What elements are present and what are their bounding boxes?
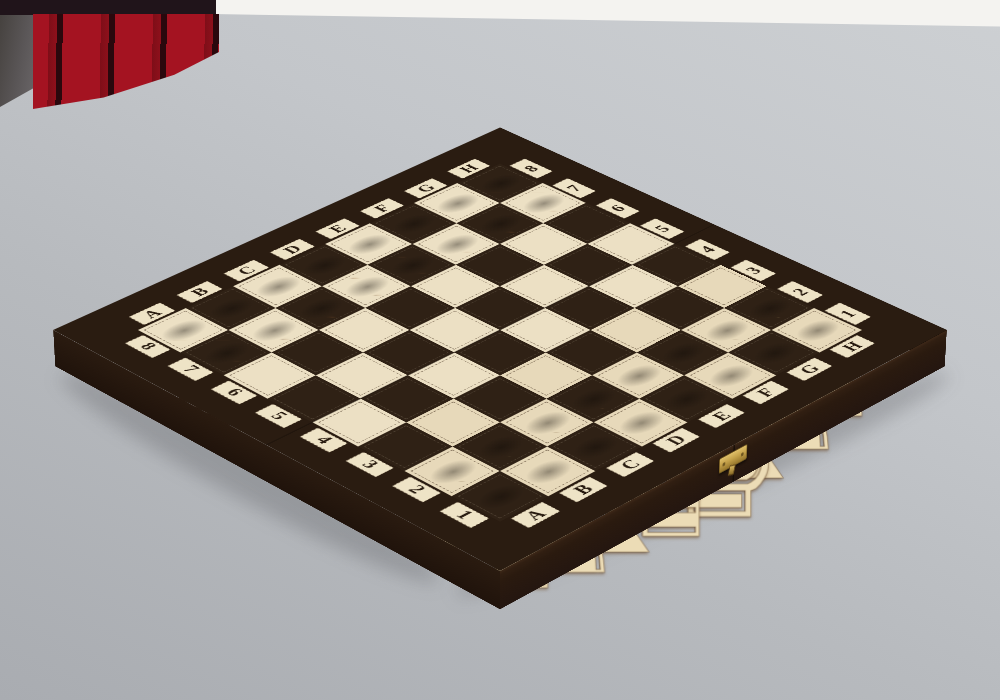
latch-screw — [741, 452, 744, 457]
square-d4[interactable] — [454, 330, 545, 375]
rank-label-right-3: 3 — [730, 260, 776, 282]
rank-label-right-1: 1 — [824, 302, 871, 325]
shadowed-wall-band — [0, 15, 36, 107]
latch-screw — [722, 462, 725, 467]
rank-label-left-8: 8 — [125, 335, 171, 358]
chessboard: ABCDEFGH 87654321 87654321 ABCDEFGH ♜♞♝♛… — [53, 127, 947, 570]
chessboard-assembly: ABCDEFGH 87654321 87654321 ABCDEFGH ♜♞♝♛… — [184, 14, 816, 646]
photo-scene: ABCDEFGH 87654321 87654321 ABCDEFGH ♜♞♝♛… — [0, 0, 1000, 700]
latch-hook — [728, 464, 736, 476]
rank-label-left-1: 1 — [439, 502, 489, 528]
square-e4[interactable] — [500, 308, 591, 353]
rank-label-right-2: 2 — [777, 281, 824, 303]
